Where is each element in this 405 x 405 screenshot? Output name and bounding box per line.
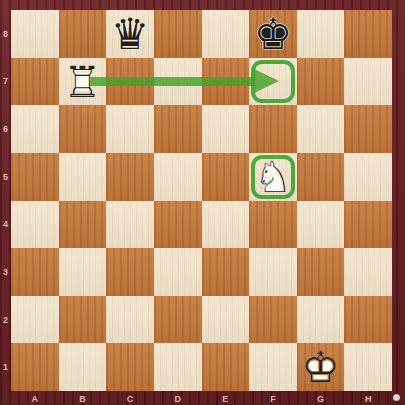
- square-g3[interactable]: [297, 248, 345, 296]
- side-to-move-indicator: [393, 394, 400, 401]
- square-b8[interactable]: [59, 10, 107, 58]
- chess-board[interactable]: ♛♚♜♖♞♘♚♔: [11, 10, 392, 391]
- square-g5[interactable]: [297, 153, 345, 201]
- square-c4[interactable]: [106, 201, 154, 249]
- piece-glyph-fill: ♚: [249, 10, 297, 58]
- square-g4[interactable]: [297, 201, 345, 249]
- rank-label-4: 4: [3, 219, 8, 229]
- square-a4[interactable]: [11, 201, 59, 249]
- square-g8[interactable]: [297, 10, 345, 58]
- rank-label-2: 2: [3, 315, 8, 325]
- square-h6[interactable]: [344, 105, 392, 153]
- square-f1[interactable]: [249, 343, 297, 391]
- square-c6[interactable]: [106, 105, 154, 153]
- square-d2[interactable]: [154, 296, 202, 344]
- black-queen[interactable]: ♛: [106, 10, 154, 58]
- square-e3[interactable]: [202, 248, 250, 296]
- chess-app: ♛♚♜♖♞♘♚♔ 87654321ABCDEFGH: [0, 0, 405, 405]
- square-c5[interactable]: [106, 153, 154, 201]
- square-f4[interactable]: [249, 201, 297, 249]
- square-h3[interactable]: [344, 248, 392, 296]
- square-g7[interactable]: [297, 58, 345, 106]
- square-e4[interactable]: [202, 201, 250, 249]
- square-b1[interactable]: [59, 343, 107, 391]
- square-g2[interactable]: [297, 296, 345, 344]
- square-e6[interactable]: [202, 105, 250, 153]
- square-g6[interactable]: [297, 105, 345, 153]
- square-b6[interactable]: [59, 105, 107, 153]
- square-a1[interactable]: [11, 343, 59, 391]
- square-d6[interactable]: [154, 105, 202, 153]
- black-king[interactable]: ♚: [249, 10, 297, 58]
- file-label-g: G: [317, 394, 324, 404]
- square-a2[interactable]: [11, 296, 59, 344]
- square-h5[interactable]: [344, 153, 392, 201]
- square-e2[interactable]: [202, 296, 250, 344]
- rank-label-1: 1: [3, 362, 8, 372]
- arrow-head: [254, 69, 279, 93]
- square-h4[interactable]: [344, 201, 392, 249]
- square-b2[interactable]: [59, 296, 107, 344]
- square-e5[interactable]: [202, 153, 250, 201]
- square-f2[interactable]: [249, 296, 297, 344]
- square-b5[interactable]: [59, 153, 107, 201]
- square-e1[interactable]: [202, 343, 250, 391]
- white-king[interactable]: ♚♔: [297, 343, 345, 391]
- square-a5[interactable]: [11, 153, 59, 201]
- square-e8[interactable]: [202, 10, 250, 58]
- square-h2[interactable]: [344, 296, 392, 344]
- square-h8[interactable]: [344, 10, 392, 58]
- piece-glyph-outline: ♔: [297, 343, 345, 391]
- file-label-d: D: [174, 394, 181, 404]
- arrow-shaft: [82, 77, 257, 86]
- square-d8[interactable]: [154, 10, 202, 58]
- file-label-e: E: [222, 394, 228, 404]
- square-d5[interactable]: [154, 153, 202, 201]
- rank-label-6: 6: [3, 124, 8, 134]
- piece-glyph-outline: ♘: [249, 153, 297, 201]
- rank-label-5: 5: [3, 172, 8, 182]
- square-f6[interactable]: [249, 105, 297, 153]
- rank-label-3: 3: [3, 267, 8, 277]
- white-rook[interactable]: ♜♖: [59, 58, 107, 106]
- rank-label-8: 8: [3, 29, 8, 39]
- square-h7[interactable]: [344, 58, 392, 106]
- square-c2[interactable]: [106, 296, 154, 344]
- square-c3[interactable]: [106, 248, 154, 296]
- file-label-h: H: [365, 394, 372, 404]
- square-d3[interactable]: [154, 248, 202, 296]
- file-label-b: B: [79, 394, 86, 404]
- piece-glyph-outline: ♖: [59, 58, 107, 106]
- square-c1[interactable]: [106, 343, 154, 391]
- square-h1[interactable]: [344, 343, 392, 391]
- square-a8[interactable]: [11, 10, 59, 58]
- file-label-a: A: [32, 394, 39, 404]
- square-a6[interactable]: [11, 105, 59, 153]
- file-label-f: F: [270, 394, 276, 404]
- square-b4[interactable]: [59, 201, 107, 249]
- square-a3[interactable]: [11, 248, 59, 296]
- square-d4[interactable]: [154, 201, 202, 249]
- piece-glyph-fill: ♛: [106, 10, 154, 58]
- square-f3[interactable]: [249, 248, 297, 296]
- square-b3[interactable]: [59, 248, 107, 296]
- rank-label-7: 7: [3, 76, 8, 86]
- square-a7[interactable]: [11, 58, 59, 106]
- file-label-c: C: [127, 394, 134, 404]
- square-d1[interactable]: [154, 343, 202, 391]
- white-knight[interactable]: ♞♘: [249, 153, 297, 201]
